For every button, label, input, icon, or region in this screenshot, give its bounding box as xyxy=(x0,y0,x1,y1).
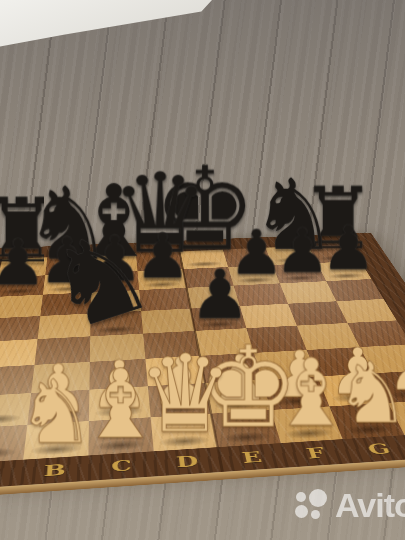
logo-dot xyxy=(309,489,327,507)
white-b-piece-c1: ♝ xyxy=(88,417,153,456)
square-d6 xyxy=(139,288,190,311)
square-g8 xyxy=(265,246,316,265)
square-e6 xyxy=(186,286,239,309)
square-f6 xyxy=(233,283,288,306)
logo-dot xyxy=(295,505,308,518)
chessboard: ABCDEFGH 87654321 ♜♞♝♛♚♞♜♟♟♟♟♟♟♟♞♟♟♟♟♟♟♟… xyxy=(0,233,405,494)
white-r-piece-a1: ♜ xyxy=(0,425,27,465)
square-c7 xyxy=(91,271,139,292)
square-d1 xyxy=(150,413,217,451)
square-f7 xyxy=(228,265,280,286)
watermark-text: Avito xyxy=(335,486,405,525)
square-a5 xyxy=(0,316,40,342)
square-e8 xyxy=(179,250,227,269)
square-b2 xyxy=(27,390,90,425)
square-d5 xyxy=(141,308,195,333)
logo-dot xyxy=(311,510,320,519)
black-n-piece-c5: ♞ xyxy=(90,311,142,336)
square-b7 xyxy=(43,273,92,295)
chess-set-photo: ABCDEFGH 87654321 ♜♞♝♛♚♞♜♟♟♟♟♟♟♟♞♟♟♟♟♟♟♟… xyxy=(0,0,405,540)
avito-logo-icon xyxy=(294,489,328,523)
square-b3 xyxy=(31,362,90,393)
square-e3 xyxy=(199,353,261,383)
square-g7 xyxy=(272,263,326,284)
white-n-piece-b1: ♞ xyxy=(23,421,89,460)
logo-dot xyxy=(296,492,306,502)
square-c4 xyxy=(90,334,145,362)
square-f5 xyxy=(239,304,296,329)
square-a4 xyxy=(0,339,37,368)
square-d3 xyxy=(145,356,205,387)
black-p-piece-a7: ♟ xyxy=(0,275,45,297)
watermark: Avito xyxy=(294,486,405,525)
